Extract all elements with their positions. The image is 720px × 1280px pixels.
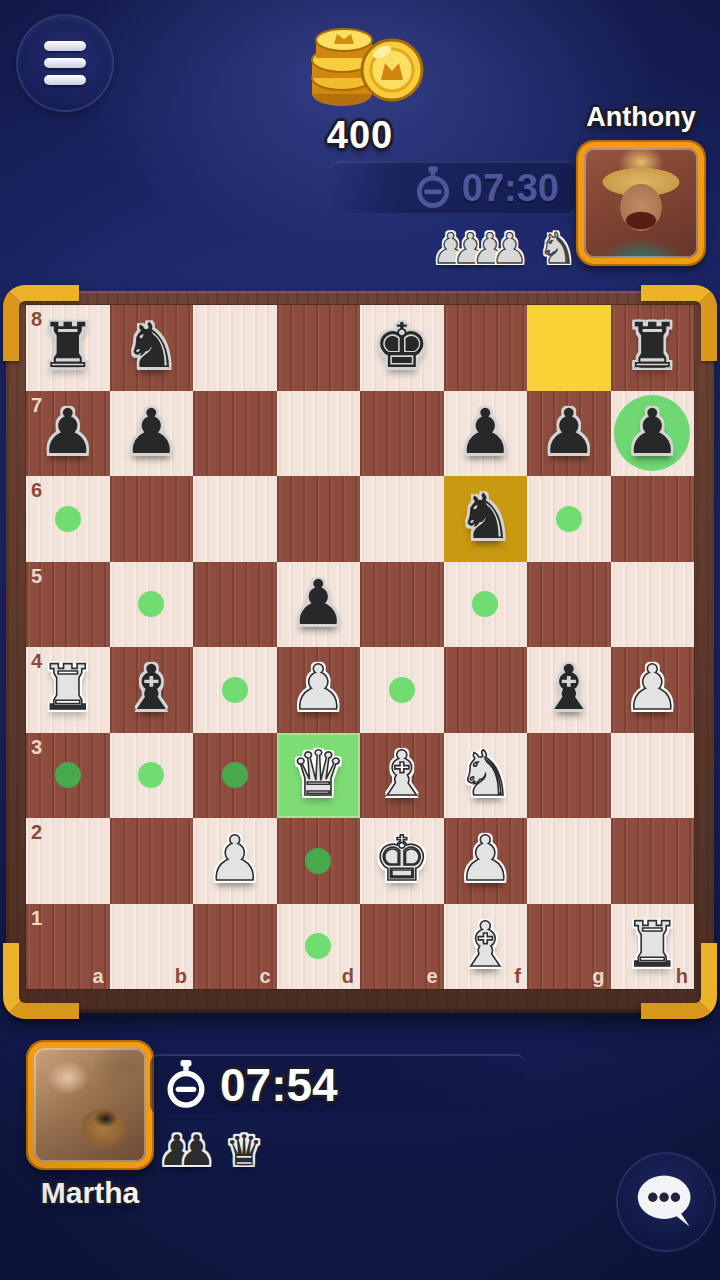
chess-game-screen: 400 Anthony 07:30 ♟♟♟♟♞ ♜8♞♚♜♟7♟♟♟♟6♞5♟♜… bbox=[0, 0, 720, 1280]
square-c5[interactable] bbox=[193, 562, 277, 648]
square-g5[interactable] bbox=[527, 562, 611, 648]
legal-move-dot bbox=[222, 762, 248, 788]
square-g1[interactable]: g bbox=[527, 904, 611, 990]
legal-move-dot bbox=[472, 591, 498, 617]
opponent-clock: 07:30 bbox=[330, 161, 575, 213]
square-b3[interactable] bbox=[110, 733, 194, 819]
gold-corner-bottom-right bbox=[641, 943, 717, 1019]
square-d3[interactable]: ♛ bbox=[277, 733, 361, 819]
opponent-name: Anthony bbox=[561, 102, 720, 133]
gold-coins-icon bbox=[298, 8, 432, 118]
rank-label: 7 bbox=[31, 395, 42, 415]
square-c1[interactable]: c bbox=[193, 904, 277, 990]
piece-black-king: ♚ bbox=[360, 303, 444, 389]
legal-move-dot bbox=[305, 848, 331, 874]
square-h6[interactable] bbox=[611, 476, 695, 562]
square-d7[interactable] bbox=[277, 391, 361, 477]
square-c4[interactable] bbox=[193, 647, 277, 733]
piece-black-bishop: ♝ bbox=[527, 645, 611, 731]
piece-black-pawn: ♟ bbox=[611, 389, 695, 475]
square-h7[interactable]: ♟ bbox=[611, 391, 695, 477]
opponent-avatar[interactable] bbox=[578, 142, 704, 264]
piece-white-bishop: ♝ bbox=[360, 731, 444, 817]
square-a2[interactable]: 2 bbox=[26, 818, 110, 904]
legal-move-dot bbox=[305, 933, 331, 959]
square-h4[interactable]: ♟ bbox=[611, 647, 695, 733]
stopwatch-icon bbox=[166, 1060, 206, 1110]
piece-black-pawn: ♟ bbox=[527, 389, 611, 475]
square-f6[interactable]: ♞ bbox=[444, 476, 528, 562]
square-b2[interactable] bbox=[110, 818, 194, 904]
piece-white-pawn: ♟ bbox=[611, 645, 695, 731]
square-d8[interactable] bbox=[277, 305, 361, 391]
piece-white-pawn: ♟ bbox=[193, 816, 277, 902]
square-c7[interactable] bbox=[193, 391, 277, 477]
square-e4[interactable] bbox=[360, 647, 444, 733]
piece-black-pawn: ♟ bbox=[277, 560, 361, 646]
piece-black-pawn: ♟ bbox=[110, 389, 194, 475]
square-g3[interactable] bbox=[527, 733, 611, 819]
piece-black-knight: ♞ bbox=[444, 474, 528, 560]
square-f4[interactable] bbox=[444, 647, 528, 733]
file-label: d bbox=[342, 966, 354, 986]
square-c2[interactable]: ♟ bbox=[193, 818, 277, 904]
piece-white-knight: ♞ bbox=[444, 731, 528, 817]
square-a4[interactable]: ♜4 bbox=[26, 647, 110, 733]
captured-black-pawn: ♟ bbox=[178, 1130, 216, 1172]
file-label: f bbox=[514, 966, 521, 986]
player-captured-tray: ♟♟♛ bbox=[158, 1110, 458, 1172]
rank-label: 4 bbox=[31, 651, 42, 671]
square-f8[interactable] bbox=[444, 305, 528, 391]
square-g6[interactable] bbox=[527, 476, 611, 562]
square-b4[interactable]: ♝ bbox=[110, 647, 194, 733]
square-g4[interactable]: ♝ bbox=[527, 647, 611, 733]
coins-value: 400 bbox=[255, 114, 465, 157]
square-e6[interactable] bbox=[360, 476, 444, 562]
square-g7[interactable]: ♟ bbox=[527, 391, 611, 477]
square-d1[interactable]: d bbox=[277, 904, 361, 990]
legal-move-dot bbox=[556, 506, 582, 532]
piece-black-bishop: ♝ bbox=[110, 645, 194, 731]
square-b5[interactable] bbox=[110, 562, 194, 648]
opponent-captured-tray: ♟♟♟♟♞ bbox=[430, 212, 576, 270]
stopwatch-icon bbox=[416, 166, 450, 210]
square-d2[interactable] bbox=[277, 818, 361, 904]
piece-white-pawn: ♟ bbox=[277, 645, 361, 731]
square-a6[interactable]: 6 bbox=[26, 476, 110, 562]
square-f5[interactable] bbox=[444, 562, 528, 648]
legal-move-dot bbox=[222, 677, 248, 703]
square-e7[interactable] bbox=[360, 391, 444, 477]
file-label: b bbox=[175, 966, 187, 986]
file-label: c bbox=[259, 966, 270, 986]
coins-display bbox=[298, 8, 432, 118]
piece-white-queen: ♛ bbox=[277, 731, 361, 817]
rank-label: 6 bbox=[31, 480, 42, 500]
player-clock-time: 07:54 bbox=[220, 1058, 338, 1112]
legal-move-dot bbox=[55, 762, 81, 788]
player-name: Martha bbox=[10, 1176, 170, 1210]
chat-button[interactable] bbox=[616, 1152, 716, 1252]
file-label: g bbox=[592, 966, 604, 986]
board-grid: ♜8♞♚♜♟7♟♟♟♟6♞5♟♜4♝♟♝♟3♛♝♞2♟♚♟1abcde♝fg♜h bbox=[26, 305, 694, 989]
piece-black-knight: ♞ bbox=[110, 303, 194, 389]
square-h3[interactable] bbox=[611, 733, 695, 819]
gold-corner-top-right bbox=[641, 285, 717, 361]
captured-white-knight: ♞ bbox=[538, 228, 576, 270]
gold-corner-top-left bbox=[3, 285, 79, 361]
player-clock: 07:54 bbox=[150, 1054, 525, 1114]
square-g8[interactable] bbox=[527, 305, 611, 391]
captured-white-pawn: ♟ bbox=[491, 228, 529, 270]
legal-move-dot bbox=[138, 591, 164, 617]
square-g2[interactable] bbox=[527, 818, 611, 904]
opponent-clock-time: 07:30 bbox=[462, 167, 559, 210]
legal-move-dot bbox=[55, 506, 81, 532]
captured-black-queen: ♛ bbox=[225, 1130, 263, 1172]
chat-bubble-icon bbox=[633, 1171, 699, 1233]
square-b6[interactable] bbox=[110, 476, 194, 562]
square-d6[interactable] bbox=[277, 476, 361, 562]
piece-white-king: ♚ bbox=[360, 816, 444, 902]
file-label: a bbox=[92, 966, 103, 986]
square-h2[interactable] bbox=[611, 818, 695, 904]
square-a5[interactable]: 5 bbox=[26, 562, 110, 648]
square-f3[interactable]: ♞ bbox=[444, 733, 528, 819]
chess-board: ♜8♞♚♜♟7♟♟♟♟6♞5♟♜4♝♟♝♟3♛♝♞2♟♚♟1abcde♝fg♜h bbox=[6, 291, 714, 1013]
square-e2[interactable]: ♚ bbox=[360, 818, 444, 904]
square-e5[interactable] bbox=[360, 562, 444, 648]
rank-label: 3 bbox=[31, 737, 42, 757]
menu-button[interactable] bbox=[16, 14, 114, 112]
legal-move-dot bbox=[389, 677, 415, 703]
square-b1[interactable]: b bbox=[110, 904, 194, 990]
square-f2[interactable]: ♟ bbox=[444, 818, 528, 904]
square-d4[interactable]: ♟ bbox=[277, 647, 361, 733]
square-c6[interactable] bbox=[193, 476, 277, 562]
file-label: e bbox=[426, 966, 437, 986]
square-b8[interactable]: ♞ bbox=[110, 305, 194, 391]
rank-label: 1 bbox=[31, 908, 42, 928]
square-c3[interactable] bbox=[193, 733, 277, 819]
square-f7[interactable]: ♟ bbox=[444, 391, 528, 477]
rank-label: 5 bbox=[31, 566, 42, 586]
rank-label: 2 bbox=[31, 822, 42, 842]
piece-black-pawn: ♟ bbox=[444, 389, 528, 475]
square-b7[interactable]: ♟ bbox=[110, 391, 194, 477]
legal-move-dot bbox=[138, 762, 164, 788]
player-avatar[interactable] bbox=[28, 1042, 152, 1168]
square-h5[interactable] bbox=[611, 562, 695, 648]
square-d5[interactable]: ♟ bbox=[277, 562, 361, 648]
square-a7[interactable]: ♟7 bbox=[26, 391, 110, 477]
square-a3[interactable]: 3 bbox=[26, 733, 110, 819]
square-f1[interactable]: ♝f bbox=[444, 904, 528, 990]
piece-white-pawn: ♟ bbox=[444, 816, 528, 902]
square-e1[interactable]: e bbox=[360, 904, 444, 990]
gold-corner-bottom-left bbox=[3, 943, 79, 1019]
square-e8[interactable]: ♚ bbox=[360, 305, 444, 391]
square-e3[interactable]: ♝ bbox=[360, 733, 444, 819]
square-c8[interactable] bbox=[193, 305, 277, 391]
